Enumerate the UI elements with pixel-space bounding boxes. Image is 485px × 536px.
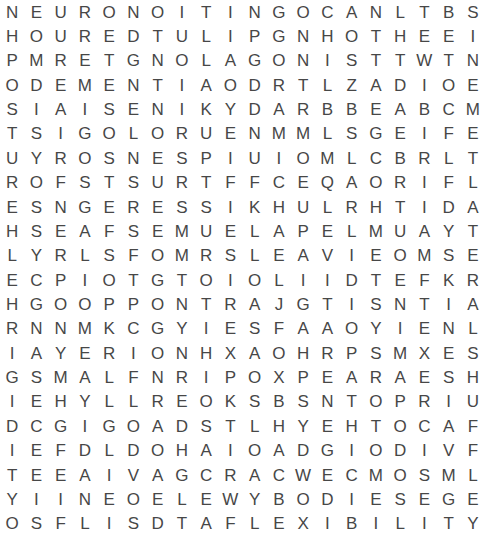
grid-cell[interactable]: L <box>97 390 121 414</box>
grid-cell[interactable]: A <box>243 463 267 487</box>
grid-cell[interactable]: H <box>49 390 73 414</box>
grid-cell[interactable]: S <box>364 292 388 316</box>
grid-cell[interactable]: D <box>24 73 48 97</box>
grid-cell[interactable]: P <box>121 292 145 316</box>
grid-cell[interactable]: M <box>170 219 194 243</box>
grid-cell[interactable]: C <box>24 268 48 292</box>
grid-cell[interactable]: A <box>146 463 170 487</box>
grid-cell[interactable]: H <box>315 24 339 48</box>
grid-cell[interactable]: T <box>291 73 315 97</box>
grid-cell[interactable]: A <box>73 365 97 389</box>
grid-cell[interactable]: L <box>194 24 218 48</box>
grid-cell[interactable]: D <box>0 414 24 438</box>
grid-cell[interactable]: O <box>340 317 364 341</box>
grid-cell[interactable]: O <box>146 341 170 365</box>
grid-cell[interactable]: A <box>218 49 242 73</box>
grid-cell[interactable]: I <box>218 24 242 48</box>
grid-cell[interactable]: I <box>412 171 436 195</box>
grid-cell[interactable]: A <box>73 219 97 243</box>
grid-cell[interactable]: Z <box>340 73 364 97</box>
grid-cell[interactable]: E <box>146 195 170 219</box>
grid-cell[interactable]: R <box>0 317 24 341</box>
grid-cell[interactable]: O <box>364 390 388 414</box>
grid-cell[interactable]: C <box>340 463 364 487</box>
grid-cell[interactable]: R <box>170 365 194 389</box>
grid-cell[interactable]: T <box>364 268 388 292</box>
grid-cell[interactable]: F <box>121 244 145 268</box>
grid-cell[interactable]: R <box>364 365 388 389</box>
grid-cell[interactable]: Y <box>291 414 315 438</box>
grid-cell[interactable]: E <box>364 97 388 121</box>
grid-cell[interactable]: M <box>291 122 315 146</box>
grid-cell[interactable]: E <box>267 244 291 268</box>
grid-cell[interactable]: E <box>412 317 436 341</box>
grid-cell[interactable]: E <box>267 512 291 536</box>
grid-cell[interactable]: O <box>388 414 412 438</box>
grid-cell[interactable]: R <box>146 390 170 414</box>
grid-cell[interactable]: E <box>315 365 339 389</box>
grid-cell[interactable]: I <box>412 439 436 463</box>
grid-cell[interactable]: F <box>412 268 436 292</box>
grid-cell[interactable]: L <box>388 512 412 536</box>
grid-cell[interactable]: A <box>291 244 315 268</box>
grid-cell[interactable]: E <box>461 487 485 511</box>
grid-cell[interactable]: T <box>412 0 436 24</box>
grid-cell[interactable]: K <box>218 390 242 414</box>
grid-cell[interactable]: S <box>121 512 145 536</box>
grid-cell[interactable]: L <box>121 122 145 146</box>
grid-cell[interactable]: U <box>291 195 315 219</box>
grid-cell[interactable]: S <box>291 390 315 414</box>
grid-cell[interactable]: R <box>267 73 291 97</box>
grid-cell[interactable]: E <box>24 439 48 463</box>
grid-cell[interactable]: T <box>437 49 461 73</box>
grid-cell[interactable]: N <box>291 24 315 48</box>
grid-cell[interactable]: A <box>24 341 48 365</box>
grid-cell[interactable]: R <box>170 171 194 195</box>
grid-cell[interactable]: I <box>412 73 436 97</box>
grid-cell[interactable]: P <box>388 390 412 414</box>
grid-cell[interactable]: B <box>267 487 291 511</box>
grid-cell[interactable]: R <box>49 49 73 73</box>
grid-cell[interactable]: E <box>73 341 97 365</box>
grid-cell[interactable]: E <box>218 219 242 243</box>
grid-cell[interactable]: N <box>437 317 461 341</box>
grid-cell[interactable]: U <box>0 146 24 170</box>
grid-cell[interactable]: A <box>194 73 218 97</box>
grid-cell[interactable]: X <box>267 365 291 389</box>
grid-cell[interactable]: T <box>0 122 24 146</box>
grid-cell[interactable]: P <box>97 292 121 316</box>
grid-cell[interactable]: S <box>170 195 194 219</box>
grid-cell[interactable]: E <box>146 219 170 243</box>
grid-cell[interactable]: P <box>194 146 218 170</box>
grid-cell[interactable]: T <box>340 390 364 414</box>
grid-cell[interactable]: A <box>461 195 485 219</box>
grid-cell[interactable]: T <box>461 219 485 243</box>
grid-cell[interactable]: O <box>340 24 364 48</box>
grid-cell[interactable]: F <box>267 317 291 341</box>
grid-cell[interactable]: Y <box>170 317 194 341</box>
grid-cell[interactable]: D <box>437 195 461 219</box>
grid-cell[interactable]: A <box>340 365 364 389</box>
grid-cell[interactable]: S <box>461 0 485 24</box>
grid-cell[interactable]: F <box>437 122 461 146</box>
grid-cell[interactable]: U <box>146 171 170 195</box>
grid-cell[interactable]: E <box>364 244 388 268</box>
grid-cell[interactable]: G <box>315 439 339 463</box>
grid-cell[interactable]: I <box>218 146 242 170</box>
grid-cell[interactable]: D <box>388 73 412 97</box>
grid-cell[interactable]: D <box>340 268 364 292</box>
grid-cell[interactable]: R <box>49 244 73 268</box>
grid-cell[interactable]: I <box>73 414 97 438</box>
grid-cell[interactable]: I <box>24 97 48 121</box>
grid-cell[interactable]: L <box>194 49 218 73</box>
grid-cell[interactable]: L <box>315 73 339 97</box>
grid-cell[interactable]: K <box>243 195 267 219</box>
grid-cell[interactable]: L <box>461 171 485 195</box>
grid-cell[interactable]: L <box>170 487 194 511</box>
grid-cell[interactable]: A <box>243 292 267 316</box>
grid-cell[interactable]: N <box>0 0 24 24</box>
grid-cell[interactable]: N <box>146 49 170 73</box>
grid-cell[interactable]: P <box>291 365 315 389</box>
grid-cell[interactable]: F <box>218 512 242 536</box>
grid-cell[interactable]: S <box>24 195 48 219</box>
grid-cell[interactable]: T <box>437 512 461 536</box>
grid-cell[interactable]: D <box>243 97 267 121</box>
grid-cell[interactable]: S <box>121 171 145 195</box>
grid-cell[interactable]: I <box>170 73 194 97</box>
grid-cell[interactable]: C <box>24 414 48 438</box>
grid-cell[interactable]: M <box>388 341 412 365</box>
grid-cell[interactable]: T <box>364 49 388 73</box>
grid-cell[interactable]: B <box>340 97 364 121</box>
grid-cell[interactable]: I <box>461 24 485 48</box>
grid-cell[interactable]: L <box>315 195 339 219</box>
grid-cell[interactable]: U <box>461 390 485 414</box>
grid-cell[interactable]: Y <box>218 97 242 121</box>
grid-cell[interactable]: E <box>0 268 24 292</box>
grid-cell[interactable]: G <box>49 414 73 438</box>
grid-cell[interactable]: V <box>121 463 145 487</box>
grid-cell[interactable]: U <box>49 0 73 24</box>
grid-cell[interactable]: H <box>194 341 218 365</box>
grid-cell[interactable]: F <box>49 512 73 536</box>
grid-cell[interactable]: N <box>388 292 412 316</box>
grid-cell[interactable]: U <box>194 219 218 243</box>
grid-cell[interactable]: G <box>146 317 170 341</box>
grid-cell[interactable]: M <box>412 244 436 268</box>
grid-cell[interactable]: E <box>73 49 97 73</box>
grid-cell[interactable]: R <box>315 341 339 365</box>
grid-cell[interactable]: P <box>340 341 364 365</box>
grid-cell[interactable]: R <box>194 244 218 268</box>
grid-cell[interactable]: O <box>388 463 412 487</box>
grid-cell[interactable]: U <box>49 24 73 48</box>
grid-cell[interactable]: I <box>340 487 364 511</box>
grid-cell[interactable]: T <box>194 171 218 195</box>
grid-cell[interactable]: S <box>243 390 267 414</box>
grid-cell[interactable]: R <box>218 292 242 316</box>
grid-cell[interactable]: L <box>340 146 364 170</box>
grid-cell[interactable]: O <box>243 439 267 463</box>
grid-cell[interactable]: E <box>24 0 48 24</box>
grid-cell[interactable]: I <box>315 268 339 292</box>
grid-cell[interactable]: E <box>437 24 461 48</box>
grid-cell[interactable]: O <box>24 24 48 48</box>
grid-cell[interactable]: R <box>218 463 242 487</box>
grid-cell[interactable]: H <box>340 414 364 438</box>
grid-cell[interactable]: O <box>97 122 121 146</box>
grid-cell[interactable]: E <box>146 146 170 170</box>
grid-cell[interactable]: I <box>97 463 121 487</box>
grid-cell[interactable]: P <box>291 219 315 243</box>
grid-cell[interactable]: S <box>364 341 388 365</box>
grid-cell[interactable]: Y <box>243 487 267 511</box>
grid-cell[interactable]: O <box>243 365 267 389</box>
grid-cell[interactable]: K <box>97 317 121 341</box>
grid-cell[interactable]: O <box>97 0 121 24</box>
grid-cell[interactable]: I <box>97 512 121 536</box>
grid-cell[interactable]: S <box>243 317 267 341</box>
grid-cell[interactable]: P <box>218 365 242 389</box>
grid-cell[interactable]: I <box>412 195 436 219</box>
grid-cell[interactable]: R <box>412 390 436 414</box>
grid-cell[interactable]: A <box>388 97 412 121</box>
grid-cell[interactable]: N <box>291 49 315 73</box>
grid-cell[interactable]: E <box>461 122 485 146</box>
grid-cell[interactable]: G <box>267 24 291 48</box>
grid-cell[interactable]: A <box>412 219 436 243</box>
grid-cell[interactable]: B <box>412 97 436 121</box>
grid-cell[interactable]: S <box>97 97 121 121</box>
grid-cell[interactable]: N <box>121 73 145 97</box>
grid-cell[interactable]: S <box>340 122 364 146</box>
grid-cell[interactable]: S <box>24 219 48 243</box>
grid-cell[interactable]: O <box>0 512 24 536</box>
grid-cell[interactable]: R <box>461 268 485 292</box>
grid-cell[interactable]: T <box>121 268 145 292</box>
grid-cell[interactable]: H <box>364 195 388 219</box>
grid-cell[interactable]: C <box>194 463 218 487</box>
grid-cell[interactable]: M <box>73 73 97 97</box>
grid-cell[interactable]: O <box>291 0 315 24</box>
grid-cell[interactable]: O <box>146 244 170 268</box>
grid-cell[interactable]: A <box>364 73 388 97</box>
grid-cell[interactable]: W <box>291 463 315 487</box>
grid-cell[interactable]: N <box>170 341 194 365</box>
grid-cell[interactable]: E <box>315 414 339 438</box>
grid-cell[interactable]: O <box>267 341 291 365</box>
grid-cell[interactable]: A <box>388 365 412 389</box>
grid-cell[interactable]: I <box>194 365 218 389</box>
grid-cell[interactable]: H <box>267 195 291 219</box>
grid-cell[interactable]: N <box>243 122 267 146</box>
grid-cell[interactable]: C <box>267 171 291 195</box>
grid-cell[interactable]: L <box>97 439 121 463</box>
grid-cell[interactable]: N <box>146 365 170 389</box>
grid-cell[interactable]: Y <box>0 487 24 511</box>
grid-cell[interactable]: A <box>194 439 218 463</box>
grid-cell[interactable]: B <box>267 390 291 414</box>
grid-cell[interactable]: I <box>364 512 388 536</box>
grid-cell[interactable]: M <box>437 463 461 487</box>
grid-cell[interactable]: H <box>291 341 315 365</box>
grid-cell[interactable]: T <box>194 292 218 316</box>
grid-cell[interactable]: O <box>364 439 388 463</box>
grid-cell[interactable]: J <box>267 292 291 316</box>
grid-cell[interactable]: A <box>267 439 291 463</box>
grid-cell[interactable]: N <box>49 317 73 341</box>
grid-cell[interactable]: I <box>218 195 242 219</box>
grid-cell[interactable]: G <box>73 195 97 219</box>
grid-cell[interactable]: D <box>146 512 170 536</box>
grid-cell[interactable]: R <box>73 24 97 48</box>
grid-cell[interactable]: O <box>49 292 73 316</box>
grid-cell[interactable]: L <box>73 512 97 536</box>
grid-cell[interactable]: F <box>121 365 145 389</box>
grid-cell[interactable]: I <box>49 487 73 511</box>
grid-cell[interactable]: L <box>243 244 267 268</box>
grid-cell[interactable]: O <box>388 244 412 268</box>
grid-cell[interactable]: I <box>437 390 461 414</box>
grid-cell[interactable]: T <box>0 463 24 487</box>
grid-cell[interactable]: O <box>0 73 24 97</box>
grid-cell[interactable]: E <box>218 122 242 146</box>
grid-cell[interactable]: L <box>0 244 24 268</box>
grid-cell[interactable]: M <box>364 463 388 487</box>
grid-cell[interactable]: O <box>170 49 194 73</box>
grid-cell[interactable]: I <box>437 292 461 316</box>
grid-cell[interactable]: G <box>267 0 291 24</box>
grid-cell[interactable]: L <box>461 317 485 341</box>
grid-cell[interactable]: S <box>24 512 48 536</box>
grid-cell[interactable]: O <box>146 0 170 24</box>
grid-cell[interactable]: E <box>461 73 485 97</box>
grid-cell[interactable]: S <box>24 122 48 146</box>
grid-cell[interactable]: M <box>364 219 388 243</box>
grid-cell[interactable]: L <box>73 244 97 268</box>
grid-cell[interactable]: R <box>291 97 315 121</box>
grid-cell[interactable]: A <box>315 317 339 341</box>
grid-cell[interactable]: P <box>49 268 73 292</box>
grid-cell[interactable]: G <box>170 463 194 487</box>
grid-cell[interactable]: L <box>437 146 461 170</box>
grid-cell[interactable]: A <box>49 97 73 121</box>
grid-cell[interactable]: A <box>267 97 291 121</box>
grid-cell[interactable]: S <box>170 146 194 170</box>
grid-cell[interactable]: I <box>388 317 412 341</box>
grid-cell[interactable]: I <box>0 439 24 463</box>
grid-cell[interactable]: U <box>243 146 267 170</box>
grid-cell[interactable]: E <box>97 24 121 48</box>
grid-cell[interactable]: I <box>170 0 194 24</box>
grid-cell[interactable]: E <box>218 317 242 341</box>
grid-cell[interactable]: B <box>340 512 364 536</box>
grid-cell[interactable]: L <box>121 390 145 414</box>
grid-cell[interactable]: H <box>0 292 24 316</box>
grid-cell[interactable]: O <box>73 146 97 170</box>
grid-cell[interactable]: T <box>388 195 412 219</box>
grid-cell[interactable]: L <box>243 414 267 438</box>
grid-cell[interactable]: G <box>437 487 461 511</box>
grid-cell[interactable]: T <box>364 414 388 438</box>
grid-cell[interactable]: S <box>412 463 436 487</box>
grid-cell[interactable]: A <box>267 219 291 243</box>
grid-cell[interactable]: N <box>461 49 485 73</box>
grid-cell[interactable]: O <box>291 146 315 170</box>
grid-cell[interactable]: H <box>0 219 24 243</box>
grid-cell[interactable]: O <box>24 171 48 195</box>
grid-cell[interactable]: O <box>364 171 388 195</box>
grid-cell[interactable]: U <box>388 219 412 243</box>
grid-cell[interactable]: Y <box>461 512 485 536</box>
grid-cell[interactable]: X <box>291 512 315 536</box>
grid-cell[interactable]: E <box>97 195 121 219</box>
grid-cell[interactable]: E <box>24 390 48 414</box>
grid-cell[interactable]: O <box>146 122 170 146</box>
grid-cell[interactable]: S <box>97 146 121 170</box>
grid-cell[interactable]: E <box>146 487 170 511</box>
grid-cell[interactable]: M <box>24 49 48 73</box>
grid-cell[interactable]: D <box>243 73 267 97</box>
grid-cell[interactable]: G <box>24 292 48 316</box>
grid-cell[interactable]: I <box>315 49 339 73</box>
grid-cell[interactable]: I <box>267 146 291 170</box>
grid-cell[interactable]: L <box>340 219 364 243</box>
grid-cell[interactable]: I <box>340 244 364 268</box>
grid-cell[interactable]: I <box>412 512 436 536</box>
grid-cell[interactable]: T <box>194 0 218 24</box>
grid-cell[interactable]: I <box>340 292 364 316</box>
grid-cell[interactable]: G <box>121 49 145 73</box>
grid-cell[interactable]: G <box>243 49 267 73</box>
grid-cell[interactable]: V <box>437 439 461 463</box>
grid-cell[interactable]: I <box>73 268 97 292</box>
grid-cell[interactable]: T <box>218 414 242 438</box>
grid-cell[interactable]: E <box>364 487 388 511</box>
grid-cell[interactable]: P <box>0 49 24 73</box>
grid-cell[interactable]: C <box>364 146 388 170</box>
grid-cell[interactable]: E <box>412 487 436 511</box>
grid-cell[interactable]: C <box>437 97 461 121</box>
grid-cell[interactable]: C <box>315 0 339 24</box>
grid-cell[interactable]: V <box>315 244 339 268</box>
grid-cell[interactable]: S <box>437 244 461 268</box>
grid-cell[interactable]: O <box>97 268 121 292</box>
grid-cell[interactable]: Y <box>49 341 73 365</box>
grid-cell[interactable]: O <box>121 487 145 511</box>
grid-cell[interactable]: S <box>340 49 364 73</box>
grid-cell[interactable]: Y <box>73 390 97 414</box>
grid-cell[interactable]: R <box>121 195 145 219</box>
grid-cell[interactable]: F <box>49 439 73 463</box>
grid-cell[interactable]: D <box>73 439 97 463</box>
grid-cell[interactable]: N <box>121 0 145 24</box>
grid-cell[interactable]: S <box>194 195 218 219</box>
grid-cell[interactable]: Y <box>24 244 48 268</box>
grid-cell[interactable]: S <box>218 244 242 268</box>
grid-cell[interactable]: E <box>97 73 121 97</box>
grid-cell[interactable]: I <box>218 268 242 292</box>
grid-cell[interactable]: H <box>170 439 194 463</box>
grid-cell[interactable]: G <box>146 268 170 292</box>
grid-cell[interactable]: O <box>146 439 170 463</box>
grid-cell[interactable]: C <box>121 317 145 341</box>
grid-cell[interactable]: E <box>49 219 73 243</box>
